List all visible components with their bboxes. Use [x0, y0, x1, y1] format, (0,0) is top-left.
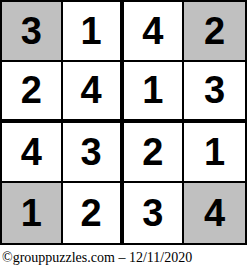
cell-r1c4[interactable]: 2 [184, 2, 245, 62]
copyright-text: ©grouppuzzles.com – 12/11/2020 [2, 250, 192, 266]
cell-r3c4[interactable]: 1 [184, 123, 245, 183]
cell-r2c2[interactable]: 4 [63, 62, 124, 122]
cell-r3c3[interactable]: 2 [124, 123, 185, 183]
cell-r3c1[interactable]: 4 [2, 123, 63, 183]
cell-r1c2[interactable]: 1 [63, 2, 124, 62]
cell-r2c4[interactable]: 3 [184, 62, 245, 122]
cell-r2c1[interactable]: 2 [2, 62, 63, 122]
cell-r4c1[interactable]: 1 [2, 183, 63, 243]
cell-r4c2[interactable]: 2 [63, 183, 124, 243]
cell-r2c3[interactable]: 1 [124, 62, 185, 122]
cell-r1c3[interactable]: 4 [124, 2, 185, 62]
cell-r4c3[interactable]: 3 [124, 183, 185, 243]
cell-r3c2[interactable]: 3 [63, 123, 124, 183]
cell-r1c1[interactable]: 3 [2, 2, 63, 62]
sudoku-board: 3142241343211234 [0, 0, 247, 245]
cell-r4c4[interactable]: 4 [184, 183, 245, 243]
